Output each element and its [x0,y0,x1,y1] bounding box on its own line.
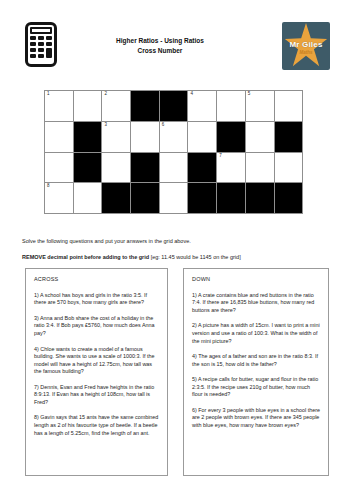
clue-number: 4 [190,92,193,97]
clue-text: Dennis, Evan and Fred have heights in th… [34,384,154,405]
blocked-cell [160,91,189,122]
down-clue-4: 4) The ages of a father and son are in t… [192,353,320,368]
down-clue-6: 6) For every 3 people with blue eyes in … [192,407,320,430]
blocked-cell [102,183,131,214]
across-clue-7: 7) Dennis, Evan and Fred have heights in… [34,384,159,407]
blocked-cell [131,183,160,214]
answer-cell[interactable]: 4 [188,91,217,122]
down-clue-5: 5) A recipe calls for butter, sugar and … [192,376,320,399]
clue-text: A school has boys and girls in the ratio… [34,292,147,306]
across-clue-4: 4) Chloe wants to create a model of a fa… [34,346,159,376]
down-clues-box: DOWN 1) A crate contains blue and red bu… [183,268,329,476]
answer-cell[interactable]: 5 [246,91,275,122]
blocked-cell [246,183,275,214]
answer-cell[interactable]: 7 [217,153,246,184]
blocked-cell [131,91,160,122]
answer-cell[interactable] [246,122,275,153]
answer-cell[interactable]: 6 [160,122,189,153]
answer-cell[interactable] [102,153,131,184]
answer-cell[interactable]: 1 [45,91,74,122]
blocked-cell [217,122,246,153]
across-clue-1: 1) A school has boys and girls in the ra… [34,292,159,307]
clue-number: 6 [162,123,165,128]
answer-cell[interactable] [74,91,103,122]
across-clue-8: 8) Gavin says that 15 ants have the same… [34,414,159,437]
answer-cell[interactable] [275,91,304,122]
clue-text: A crate contains blue and red buttons in… [192,292,314,313]
title-line-2: Cross Number [40,46,280,56]
page-title: Higher Ratios - Using Ratios Cross Numbe… [40,36,280,56]
across-header: ACROSS [34,276,159,284]
clue-number: 5 [248,92,251,97]
down-clue-1: 1) A crate contains blue and red buttons… [192,292,320,315]
blocked-cell [131,153,160,184]
clue-label: 6) [192,407,197,413]
answer-cell[interactable]: 2 [102,91,131,122]
clue-number: 7 [219,154,222,159]
clue-text: Gavin says that 15 ants have the same co… [34,414,158,435]
clue-number: 8 [47,184,50,189]
title-line-1: Higher Ratios - Using Ratios [40,36,280,46]
decimal-instruction-line: REMOVE decimal point before adding to th… [22,254,241,260]
down-clue-2: 2) A picture has a width of 15cm. I want… [192,322,320,345]
answer-cell[interactable] [160,183,189,214]
clue-label: 1) [192,292,197,298]
clue-label: 4) [192,353,197,359]
answer-cell[interactable] [74,183,103,214]
clue-label: 4) [34,346,39,352]
clue-text: A recipe calls for butter, sugar and flo… [192,376,318,397]
clue-label: 1) [34,292,39,298]
cross-number-grid: 12453678 [44,90,303,214]
answer-cell[interactable] [131,122,160,153]
answer-cell[interactable] [275,153,304,184]
blocked-cell [217,183,246,214]
answer-cell[interactable] [217,91,246,122]
down-header: DOWN [192,276,320,284]
calculator-screen [30,27,52,34]
answer-cell[interactable] [160,153,189,184]
decimal-instruction-example: [eg: 11.45 would be 1145 on the grid] [149,254,241,260]
clue-text: A picture has a width of 15cm. I want to… [192,322,320,343]
answer-cell[interactable] [188,122,217,153]
across-clues-box: ACROSS 1) A school has boys and girls in… [25,268,168,476]
clue-text: The ages of a father and son are in the … [192,353,318,367]
clue-text: For every 3 people with blue eyes in a s… [192,407,320,428]
answer-cell[interactable] [246,153,275,184]
logo-subtitle: Maths [282,50,330,55]
clue-number: 2 [104,92,107,97]
across-clue-3: 3) Anna and Bob share the cost of a holi… [34,315,159,338]
logo-name: Mr Giles [282,40,330,49]
answer-cell[interactable]: 3 [102,122,131,153]
blocked-cell [275,122,304,153]
blocked-cell [188,153,217,184]
worksheet-page: Higher Ratios - Using Ratios Cross Numbe… [0,0,353,500]
brand-logo: Mr Giles Maths [282,22,330,70]
clue-label: 2) [192,322,197,328]
clue-number: 3 [104,123,107,128]
blocked-cell [74,122,103,153]
answer-cell[interactable]: 8 [45,183,74,214]
clue-number: 1 [47,92,50,97]
clue-label: 3) [34,315,39,321]
clue-text: Chloe wants to create a model of a famou… [34,346,154,375]
decimal-instruction-bold: REMOVE decimal point before adding to th… [22,254,149,260]
answer-cell[interactable] [45,122,74,153]
clue-label: 8) [34,414,39,420]
blocked-cell [74,153,103,184]
instruction-line: Solve the following questions and put yo… [22,238,191,244]
blocked-cell [275,183,304,214]
clue-label: 5) [192,376,197,382]
blocked-cell [188,183,217,214]
clue-text: Anna and Bob share the cost of a holiday… [34,315,154,336]
answer-cell[interactable] [45,153,74,184]
clue-label: 7) [34,384,39,390]
